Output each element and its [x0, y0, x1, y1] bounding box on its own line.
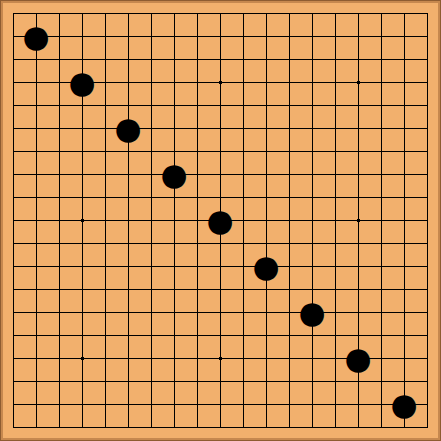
intersection-E18[interactable]	[94, 25, 117, 48]
intersection-S16[interactable]	[393, 71, 416, 94]
intersection-H15[interactable]	[163, 94, 186, 117]
intersection-S7[interactable]	[393, 278, 416, 301]
intersection-H10[interactable]	[163, 209, 186, 232]
intersection-D10[interactable]	[71, 209, 94, 232]
intersection-E14[interactable]	[94, 117, 117, 140]
intersection-H19[interactable]	[163, 2, 186, 25]
intersection-J19[interactable]	[186, 2, 209, 25]
intersection-B14[interactable]	[25, 117, 48, 140]
intersection-C4[interactable]	[48, 347, 71, 370]
intersection-A17[interactable]	[2, 48, 25, 71]
intersection-M3[interactable]	[255, 370, 278, 393]
intersection-F2[interactable]	[117, 393, 140, 416]
intersection-T3[interactable]	[416, 370, 439, 393]
intersection-O12[interactable]	[301, 163, 324, 186]
intersection-N2[interactable]	[278, 393, 301, 416]
intersection-A1[interactable]	[2, 416, 25, 439]
intersection-Q2[interactable]	[347, 393, 370, 416]
intersection-S18[interactable]	[393, 25, 416, 48]
intersection-S19[interactable]	[393, 2, 416, 25]
intersection-O3[interactable]	[301, 370, 324, 393]
intersection-K1[interactable]	[209, 416, 232, 439]
intersection-D4[interactable]	[71, 347, 94, 370]
intersection-C18[interactable]	[48, 25, 71, 48]
intersection-T2[interactable]	[416, 393, 439, 416]
intersection-E1[interactable]	[94, 416, 117, 439]
intersection-T9[interactable]	[416, 232, 439, 255]
intersection-A14[interactable]	[2, 117, 25, 140]
intersection-K15[interactable]	[209, 94, 232, 117]
intersection-O1[interactable]	[301, 416, 324, 439]
intersection-A19[interactable]	[2, 2, 25, 25]
intersection-F19[interactable]	[117, 2, 140, 25]
intersection-A7[interactable]	[2, 278, 25, 301]
intersection-M10[interactable]	[255, 209, 278, 232]
intersection-A12[interactable]	[2, 163, 25, 186]
intersection-S13[interactable]	[393, 140, 416, 163]
intersection-D1[interactable]	[71, 416, 94, 439]
intersection-E4[interactable]	[94, 347, 117, 370]
intersection-T14[interactable]	[416, 117, 439, 140]
intersection-R9[interactable]	[370, 232, 393, 255]
intersection-J16[interactable]	[186, 71, 209, 94]
intersection-H17[interactable]	[163, 48, 186, 71]
intersection-H12[interactable]: ●	[163, 163, 186, 186]
intersection-Q8[interactable]	[347, 255, 370, 278]
intersection-L1[interactable]	[232, 416, 255, 439]
intersection-L16[interactable]	[232, 71, 255, 94]
intersection-R13[interactable]	[370, 140, 393, 163]
intersection-O13[interactable]	[301, 140, 324, 163]
intersection-K19[interactable]	[209, 2, 232, 25]
intersection-T5[interactable]	[416, 324, 439, 347]
intersection-F3[interactable]	[117, 370, 140, 393]
intersection-K5[interactable]	[209, 324, 232, 347]
intersection-D6[interactable]	[71, 301, 94, 324]
intersection-K18[interactable]	[209, 25, 232, 48]
intersection-N17[interactable]	[278, 48, 301, 71]
intersection-T19[interactable]	[416, 2, 439, 25]
intersection-E19[interactable]	[94, 2, 117, 25]
intersection-D12[interactable]	[71, 163, 94, 186]
intersection-G13[interactable]	[140, 140, 163, 163]
intersection-D13[interactable]	[71, 140, 94, 163]
intersection-T16[interactable]	[416, 71, 439, 94]
intersection-R2[interactable]	[370, 393, 393, 416]
intersection-Q7[interactable]	[347, 278, 370, 301]
intersection-E7[interactable]	[94, 278, 117, 301]
intersection-O8[interactable]	[301, 255, 324, 278]
intersection-B2[interactable]	[25, 393, 48, 416]
intersection-M1[interactable]	[255, 416, 278, 439]
intersection-Q14[interactable]	[347, 117, 370, 140]
intersection-R4[interactable]	[370, 347, 393, 370]
intersection-R6[interactable]	[370, 301, 393, 324]
intersection-T11[interactable]	[416, 186, 439, 209]
intersection-J9[interactable]	[186, 232, 209, 255]
intersection-N10[interactable]	[278, 209, 301, 232]
intersection-L15[interactable]	[232, 94, 255, 117]
intersection-F9[interactable]	[117, 232, 140, 255]
intersection-A9[interactable]	[2, 232, 25, 255]
intersection-B7[interactable]	[25, 278, 48, 301]
intersection-R16[interactable]	[370, 71, 393, 94]
intersection-G3[interactable]	[140, 370, 163, 393]
intersection-A15[interactable]	[2, 94, 25, 117]
intersection-O9[interactable]	[301, 232, 324, 255]
intersection-S15[interactable]	[393, 94, 416, 117]
intersection-L13[interactable]	[232, 140, 255, 163]
intersection-Q6[interactable]	[347, 301, 370, 324]
intersection-M13[interactable]	[255, 140, 278, 163]
intersection-K14[interactable]	[209, 117, 232, 140]
intersection-B1[interactable]	[25, 416, 48, 439]
intersection-H18[interactable]	[163, 25, 186, 48]
intersection-G16[interactable]	[140, 71, 163, 94]
intersection-A13[interactable]	[2, 140, 25, 163]
intersection-M17[interactable]	[255, 48, 278, 71]
intersection-P7[interactable]	[324, 278, 347, 301]
intersection-O15[interactable]	[301, 94, 324, 117]
intersection-G9[interactable]	[140, 232, 163, 255]
intersection-Q19[interactable]	[347, 2, 370, 25]
intersection-D19[interactable]	[71, 2, 94, 25]
intersection-B8[interactable]	[25, 255, 48, 278]
intersection-L11[interactable]	[232, 186, 255, 209]
intersection-P16[interactable]	[324, 71, 347, 94]
intersection-F11[interactable]	[117, 186, 140, 209]
intersection-D2[interactable]	[71, 393, 94, 416]
intersection-N4[interactable]	[278, 347, 301, 370]
intersection-D3[interactable]	[71, 370, 94, 393]
intersection-N13[interactable]	[278, 140, 301, 163]
intersection-F10[interactable]	[117, 209, 140, 232]
intersection-O16[interactable]	[301, 71, 324, 94]
intersection-E2[interactable]	[94, 393, 117, 416]
intersection-Q13[interactable]	[347, 140, 370, 163]
intersection-P5[interactable]	[324, 324, 347, 347]
intersection-P8[interactable]	[324, 255, 347, 278]
intersection-C7[interactable]	[48, 278, 71, 301]
intersection-K17[interactable]	[209, 48, 232, 71]
intersection-F5[interactable]	[117, 324, 140, 347]
intersection-K2[interactable]	[209, 393, 232, 416]
intersection-S17[interactable]	[393, 48, 416, 71]
intersection-K12[interactable]	[209, 163, 232, 186]
intersection-L18[interactable]	[232, 25, 255, 48]
intersection-N8[interactable]	[278, 255, 301, 278]
intersection-C17[interactable]	[48, 48, 71, 71]
intersection-R12[interactable]	[370, 163, 393, 186]
intersection-K16[interactable]	[209, 71, 232, 94]
intersection-N7[interactable]	[278, 278, 301, 301]
intersection-B5[interactable]	[25, 324, 48, 347]
intersection-L9[interactable]	[232, 232, 255, 255]
intersection-B13[interactable]	[25, 140, 48, 163]
intersection-H6[interactable]	[163, 301, 186, 324]
intersection-F18[interactable]	[117, 25, 140, 48]
intersection-O17[interactable]	[301, 48, 324, 71]
intersection-H14[interactable]	[163, 117, 186, 140]
intersection-H4[interactable]	[163, 347, 186, 370]
intersection-D14[interactable]	[71, 117, 94, 140]
intersection-C13[interactable]	[48, 140, 71, 163]
intersection-T4[interactable]	[416, 347, 439, 370]
intersection-Q17[interactable]	[347, 48, 370, 71]
intersection-A11[interactable]	[2, 186, 25, 209]
intersection-G7[interactable]	[140, 278, 163, 301]
intersection-C11[interactable]	[48, 186, 71, 209]
intersection-A3[interactable]	[2, 370, 25, 393]
intersection-Q9[interactable]	[347, 232, 370, 255]
intersection-M16[interactable]	[255, 71, 278, 94]
intersection-B6[interactable]	[25, 301, 48, 324]
intersection-B18[interactable]: ●	[25, 25, 48, 48]
intersection-S5[interactable]	[393, 324, 416, 347]
intersection-T1[interactable]	[416, 416, 439, 439]
intersection-H7[interactable]	[163, 278, 186, 301]
intersection-B10[interactable]	[25, 209, 48, 232]
intersection-J11[interactable]	[186, 186, 209, 209]
intersection-G8[interactable]	[140, 255, 163, 278]
intersection-N11[interactable]	[278, 186, 301, 209]
intersection-M18[interactable]	[255, 25, 278, 48]
intersection-P17[interactable]	[324, 48, 347, 71]
intersection-E11[interactable]	[94, 186, 117, 209]
intersection-P15[interactable]	[324, 94, 347, 117]
intersection-P9[interactable]	[324, 232, 347, 255]
intersection-L14[interactable]	[232, 117, 255, 140]
intersection-L3[interactable]	[232, 370, 255, 393]
intersection-A18[interactable]	[2, 25, 25, 48]
intersection-P3[interactable]	[324, 370, 347, 393]
intersection-C2[interactable]	[48, 393, 71, 416]
intersection-T18[interactable]	[416, 25, 439, 48]
intersection-N15[interactable]	[278, 94, 301, 117]
intersection-Q1[interactable]	[347, 416, 370, 439]
intersection-L7[interactable]	[232, 278, 255, 301]
intersection-B16[interactable]	[25, 71, 48, 94]
intersection-M5[interactable]	[255, 324, 278, 347]
intersection-E13[interactable]	[94, 140, 117, 163]
intersection-F8[interactable]	[117, 255, 140, 278]
intersection-G4[interactable]	[140, 347, 163, 370]
intersection-P18[interactable]	[324, 25, 347, 48]
intersection-S14[interactable]	[393, 117, 416, 140]
intersection-D8[interactable]	[71, 255, 94, 278]
intersection-G19[interactable]	[140, 2, 163, 25]
intersection-A2[interactable]	[2, 393, 25, 416]
intersection-S6[interactable]	[393, 301, 416, 324]
intersection-J13[interactable]	[186, 140, 209, 163]
intersection-L4[interactable]	[232, 347, 255, 370]
intersection-E16[interactable]	[94, 71, 117, 94]
intersection-M6[interactable]	[255, 301, 278, 324]
intersection-N19[interactable]	[278, 2, 301, 25]
intersection-T12[interactable]	[416, 163, 439, 186]
intersection-R5[interactable]	[370, 324, 393, 347]
intersection-Q4[interactable]: ●	[347, 347, 370, 370]
intersection-R3[interactable]	[370, 370, 393, 393]
intersection-O4[interactable]	[301, 347, 324, 370]
intersection-S8[interactable]	[393, 255, 416, 278]
intersection-P19[interactable]	[324, 2, 347, 25]
intersection-M15[interactable]	[255, 94, 278, 117]
intersection-N9[interactable]	[278, 232, 301, 255]
intersection-O11[interactable]	[301, 186, 324, 209]
intersection-J5[interactable]	[186, 324, 209, 347]
intersection-D18[interactable]	[71, 25, 94, 48]
intersection-J8[interactable]	[186, 255, 209, 278]
intersection-J10[interactable]	[186, 209, 209, 232]
intersection-N18[interactable]	[278, 25, 301, 48]
intersection-G11[interactable]	[140, 186, 163, 209]
intersection-Q11[interactable]	[347, 186, 370, 209]
intersection-F4[interactable]	[117, 347, 140, 370]
intersection-M19[interactable]	[255, 2, 278, 25]
intersection-C9[interactable]	[48, 232, 71, 255]
intersection-N1[interactable]	[278, 416, 301, 439]
intersection-Q10[interactable]	[347, 209, 370, 232]
intersection-D11[interactable]	[71, 186, 94, 209]
intersection-H3[interactable]	[163, 370, 186, 393]
intersection-E6[interactable]	[94, 301, 117, 324]
intersection-A5[interactable]	[2, 324, 25, 347]
intersection-J15[interactable]	[186, 94, 209, 117]
intersection-T10[interactable]	[416, 209, 439, 232]
intersection-O6[interactable]: ●	[301, 301, 324, 324]
intersection-M11[interactable]	[255, 186, 278, 209]
intersection-O18[interactable]	[301, 25, 324, 48]
intersection-K10[interactable]: ●	[209, 209, 232, 232]
intersection-A4[interactable]	[2, 347, 25, 370]
intersection-N16[interactable]	[278, 71, 301, 94]
intersection-J3[interactable]	[186, 370, 209, 393]
intersection-D5[interactable]	[71, 324, 94, 347]
intersection-L6[interactable]	[232, 301, 255, 324]
intersection-P1[interactable]	[324, 416, 347, 439]
intersection-N5[interactable]	[278, 324, 301, 347]
intersection-S11[interactable]	[393, 186, 416, 209]
intersection-B11[interactable]	[25, 186, 48, 209]
intersection-A6[interactable]	[2, 301, 25, 324]
intersection-P4[interactable]	[324, 347, 347, 370]
intersection-R7[interactable]	[370, 278, 393, 301]
intersection-M12[interactable]	[255, 163, 278, 186]
intersection-F17[interactable]	[117, 48, 140, 71]
intersection-P6[interactable]	[324, 301, 347, 324]
intersection-H2[interactable]	[163, 393, 186, 416]
intersection-K6[interactable]	[209, 301, 232, 324]
intersection-A8[interactable]	[2, 255, 25, 278]
intersection-R8[interactable]	[370, 255, 393, 278]
intersection-A10[interactable]	[2, 209, 25, 232]
intersection-H5[interactable]	[163, 324, 186, 347]
intersection-L17[interactable]	[232, 48, 255, 71]
intersection-G10[interactable]	[140, 209, 163, 232]
intersection-K8[interactable]	[209, 255, 232, 278]
intersection-E17[interactable]	[94, 48, 117, 71]
intersection-G5[interactable]	[140, 324, 163, 347]
intersection-S12[interactable]	[393, 163, 416, 186]
intersection-G18[interactable]	[140, 25, 163, 48]
intersection-C8[interactable]	[48, 255, 71, 278]
intersection-N12[interactable]	[278, 163, 301, 186]
intersection-O2[interactable]	[301, 393, 324, 416]
intersection-J18[interactable]	[186, 25, 209, 48]
intersection-B3[interactable]	[25, 370, 48, 393]
intersection-J12[interactable]	[186, 163, 209, 186]
intersection-T17[interactable]	[416, 48, 439, 71]
intersection-C1[interactable]	[48, 416, 71, 439]
intersection-T6[interactable]	[416, 301, 439, 324]
intersection-S4[interactable]	[393, 347, 416, 370]
intersection-E3[interactable]	[94, 370, 117, 393]
intersection-P14[interactable]	[324, 117, 347, 140]
intersection-K4[interactable]	[209, 347, 232, 370]
intersection-L19[interactable]	[232, 2, 255, 25]
intersection-G15[interactable]	[140, 94, 163, 117]
intersection-D7[interactable]	[71, 278, 94, 301]
intersection-N3[interactable]	[278, 370, 301, 393]
intersection-J14[interactable]	[186, 117, 209, 140]
intersection-N6[interactable]	[278, 301, 301, 324]
intersection-C15[interactable]	[48, 94, 71, 117]
intersection-S10[interactable]	[393, 209, 416, 232]
intersection-R17[interactable]	[370, 48, 393, 71]
intersection-F1[interactable]	[117, 416, 140, 439]
intersection-P12[interactable]	[324, 163, 347, 186]
intersection-S9[interactable]	[393, 232, 416, 255]
intersection-C5[interactable]	[48, 324, 71, 347]
intersection-P13[interactable]	[324, 140, 347, 163]
intersection-J7[interactable]	[186, 278, 209, 301]
intersection-C3[interactable]	[48, 370, 71, 393]
intersection-Q15[interactable]	[347, 94, 370, 117]
intersection-H16[interactable]	[163, 71, 186, 94]
intersection-K3[interactable]	[209, 370, 232, 393]
intersection-C6[interactable]	[48, 301, 71, 324]
intersection-C16[interactable]	[48, 71, 71, 94]
intersection-K7[interactable]	[209, 278, 232, 301]
intersection-O10[interactable]	[301, 209, 324, 232]
intersection-B15[interactable]	[25, 94, 48, 117]
intersection-R1[interactable]	[370, 416, 393, 439]
intersection-R10[interactable]	[370, 209, 393, 232]
intersection-D9[interactable]	[71, 232, 94, 255]
intersection-R14[interactable]	[370, 117, 393, 140]
intersection-E8[interactable]	[94, 255, 117, 278]
intersection-B9[interactable]	[25, 232, 48, 255]
intersection-J17[interactable]	[186, 48, 209, 71]
intersection-M14[interactable]	[255, 117, 278, 140]
intersection-B4[interactable]	[25, 347, 48, 370]
intersection-Q18[interactable]	[347, 25, 370, 48]
intersection-J6[interactable]	[186, 301, 209, 324]
intersection-C14[interactable]	[48, 117, 71, 140]
intersection-R15[interactable]	[370, 94, 393, 117]
intersection-T13[interactable]	[416, 140, 439, 163]
intersection-J4[interactable]	[186, 347, 209, 370]
intersection-K13[interactable]	[209, 140, 232, 163]
intersection-N14[interactable]	[278, 117, 301, 140]
intersection-G12[interactable]	[140, 163, 163, 186]
intersection-F7[interactable]	[117, 278, 140, 301]
intersection-M2[interactable]	[255, 393, 278, 416]
intersection-O19[interactable]	[301, 2, 324, 25]
intersection-E10[interactable]	[94, 209, 117, 232]
intersection-C12[interactable]	[48, 163, 71, 186]
